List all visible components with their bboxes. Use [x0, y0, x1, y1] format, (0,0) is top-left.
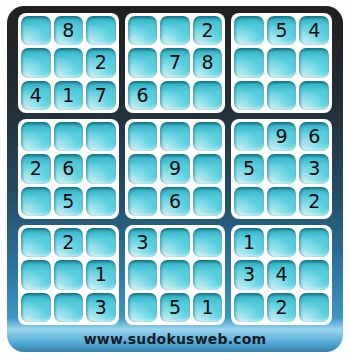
sudoku-board-frame: 8241727865426596965322133511342 www.sudo…	[7, 6, 343, 352]
sudoku-cell-r3c3[interactable]: 7	[86, 81, 116, 110]
sudoku-cell-r8c6[interactable]	[193, 260, 223, 289]
sudoku-cell-r2c5[interactable]: 7	[160, 48, 190, 77]
sudoku-cell-r7c8[interactable]	[267, 228, 297, 257]
sudoku-cell-r8c2[interactable]	[54, 260, 84, 289]
sudoku-cell-r8c8[interactable]: 4	[267, 260, 297, 289]
sudoku-cell-r7c9[interactable]	[299, 228, 329, 257]
sudoku-cell-r8c5[interactable]	[160, 260, 190, 289]
sudoku-cell-r6c9[interactable]: 2	[299, 187, 329, 216]
sudoku-cell-r9c4[interactable]	[128, 293, 158, 322]
sudoku-cell-r3c2[interactable]: 1	[54, 81, 84, 110]
sudoku-box-2: 54	[231, 13, 332, 113]
sudoku-cell-r4c6[interactable]	[193, 122, 223, 151]
sudoku-cell-r9c5[interactable]: 5	[160, 293, 190, 322]
sudoku-cell-r7c5[interactable]	[160, 228, 190, 257]
sudoku-cell-r7c1[interactable]	[21, 228, 51, 257]
sudoku-cell-r3c6[interactable]	[193, 81, 223, 110]
sudoku-cell-r7c3[interactable]	[86, 228, 116, 257]
sudoku-cell-r5c1[interactable]: 2	[21, 154, 51, 183]
sudoku-cell-r2c1[interactable]	[21, 48, 51, 77]
sudoku-cell-r6c7[interactable]	[234, 187, 264, 216]
sudoku-cell-r1c5[interactable]	[160, 16, 190, 45]
sudoku-cell-r6c5[interactable]: 6	[160, 187, 190, 216]
sudoku-cell-r7c6[interactable]	[193, 228, 223, 257]
sudoku-cell-r4c3[interactable]	[86, 122, 116, 151]
sudoku-cell-r1c7[interactable]	[234, 16, 264, 45]
sudoku-cell-r7c2[interactable]: 2	[54, 228, 84, 257]
sudoku-widget: 8241727865426596965322133511342 www.sudo…	[0, 0, 350, 360]
sudoku-cell-r4c1[interactable]	[21, 122, 51, 151]
sudoku-cell-r8c3[interactable]: 1	[86, 260, 116, 289]
sudoku-cell-r3c9[interactable]	[299, 81, 329, 110]
sudoku-cell-r2c9[interactable]	[299, 48, 329, 77]
sudoku-cell-r9c8[interactable]: 2	[267, 293, 297, 322]
sudoku-cell-r9c7[interactable]	[234, 293, 264, 322]
sudoku-cell-r6c1[interactable]	[21, 187, 51, 216]
footer-bar: www.sudokusweb.com	[7, 331, 343, 347]
sudoku-cell-r4c2[interactable]	[54, 122, 84, 151]
sudoku-cell-r5c3[interactable]	[86, 154, 116, 183]
sudoku-cell-r1c8[interactable]: 5	[267, 16, 297, 45]
sudoku-cell-r6c2[interactable]: 5	[54, 187, 84, 216]
sudoku-cell-r5c4[interactable]	[128, 154, 158, 183]
sudoku-cell-r5c8[interactable]	[267, 154, 297, 183]
sudoku-cell-r8c9[interactable]	[299, 260, 329, 289]
sudoku-cell-r1c1[interactable]	[21, 16, 51, 45]
sudoku-cell-r9c3[interactable]: 3	[86, 293, 116, 322]
sudoku-board: 8241727865426596965322133511342	[18, 13, 332, 325]
sudoku-cell-r5c7[interactable]: 5	[234, 154, 264, 183]
sudoku-cell-r3c1[interactable]: 4	[21, 81, 51, 110]
sudoku-cell-r3c5[interactable]	[160, 81, 190, 110]
sudoku-box-8: 1342	[231, 225, 332, 325]
sudoku-box-5: 96532	[231, 119, 332, 219]
sudoku-box-4: 96	[125, 119, 226, 219]
sudoku-cell-r5c9[interactable]: 3	[299, 154, 329, 183]
sudoku-cell-r4c7[interactable]	[234, 122, 264, 151]
sudoku-cell-r4c8[interactable]: 9	[267, 122, 297, 151]
sudoku-cell-r6c8[interactable]	[267, 187, 297, 216]
sudoku-box-3: 265	[18, 119, 119, 219]
sudoku-cell-r3c7[interactable]	[234, 81, 264, 110]
sudoku-cell-r9c6[interactable]: 1	[193, 293, 223, 322]
sudoku-box-0: 82417	[18, 13, 119, 113]
sudoku-cell-r2c3[interactable]: 2	[86, 48, 116, 77]
sudoku-cell-r7c7[interactable]: 1	[234, 228, 264, 257]
sudoku-cell-r8c1[interactable]	[21, 260, 51, 289]
sudoku-cell-r4c4[interactable]	[128, 122, 158, 151]
sudoku-box-1: 2786	[125, 13, 226, 113]
sudoku-cell-r3c8[interactable]	[267, 81, 297, 110]
sudoku-cell-r2c7[interactable]	[234, 48, 264, 77]
sudoku-cell-r8c4[interactable]	[128, 260, 158, 289]
sudoku-cell-r1c9[interactable]: 4	[299, 16, 329, 45]
sudoku-cell-r7c4[interactable]: 3	[128, 228, 158, 257]
sudoku-cell-r4c5[interactable]	[160, 122, 190, 151]
sudoku-box-6: 213	[18, 225, 119, 325]
sudoku-cell-r2c8[interactable]	[267, 48, 297, 77]
sudoku-cell-r1c2[interactable]: 8	[54, 16, 84, 45]
sudoku-cell-r1c4[interactable]	[128, 16, 158, 45]
sudoku-cell-r5c6[interactable]	[193, 154, 223, 183]
sudoku-cell-r4c9[interactable]: 6	[299, 122, 329, 151]
sudoku-cell-r9c1[interactable]	[21, 293, 51, 322]
sudoku-cell-r8c7[interactable]: 3	[234, 260, 264, 289]
sudoku-cell-r2c4[interactable]	[128, 48, 158, 77]
sudoku-cell-r2c2[interactable]	[54, 48, 84, 77]
sudoku-cell-r5c5[interactable]: 9	[160, 154, 190, 183]
sudoku-cell-r9c2[interactable]	[54, 293, 84, 322]
sudoku-cell-r5c2[interactable]: 6	[54, 154, 84, 183]
sudoku-cell-r6c6[interactable]	[193, 187, 223, 216]
sudoku-cell-r1c3[interactable]	[86, 16, 116, 45]
sudoku-box-7: 351	[125, 225, 226, 325]
sudoku-cell-r1c6[interactable]: 2	[193, 16, 223, 45]
sudoku-cell-r6c3[interactable]	[86, 187, 116, 216]
sudoku-cell-r2c6[interactable]: 8	[193, 48, 223, 77]
sudoku-cell-r3c4[interactable]: 6	[128, 81, 158, 110]
sudoku-cell-r6c4[interactable]	[128, 187, 158, 216]
site-url[interactable]: www.sudokusweb.com	[84, 331, 267, 347]
sudoku-cell-r9c9[interactable]	[299, 293, 329, 322]
